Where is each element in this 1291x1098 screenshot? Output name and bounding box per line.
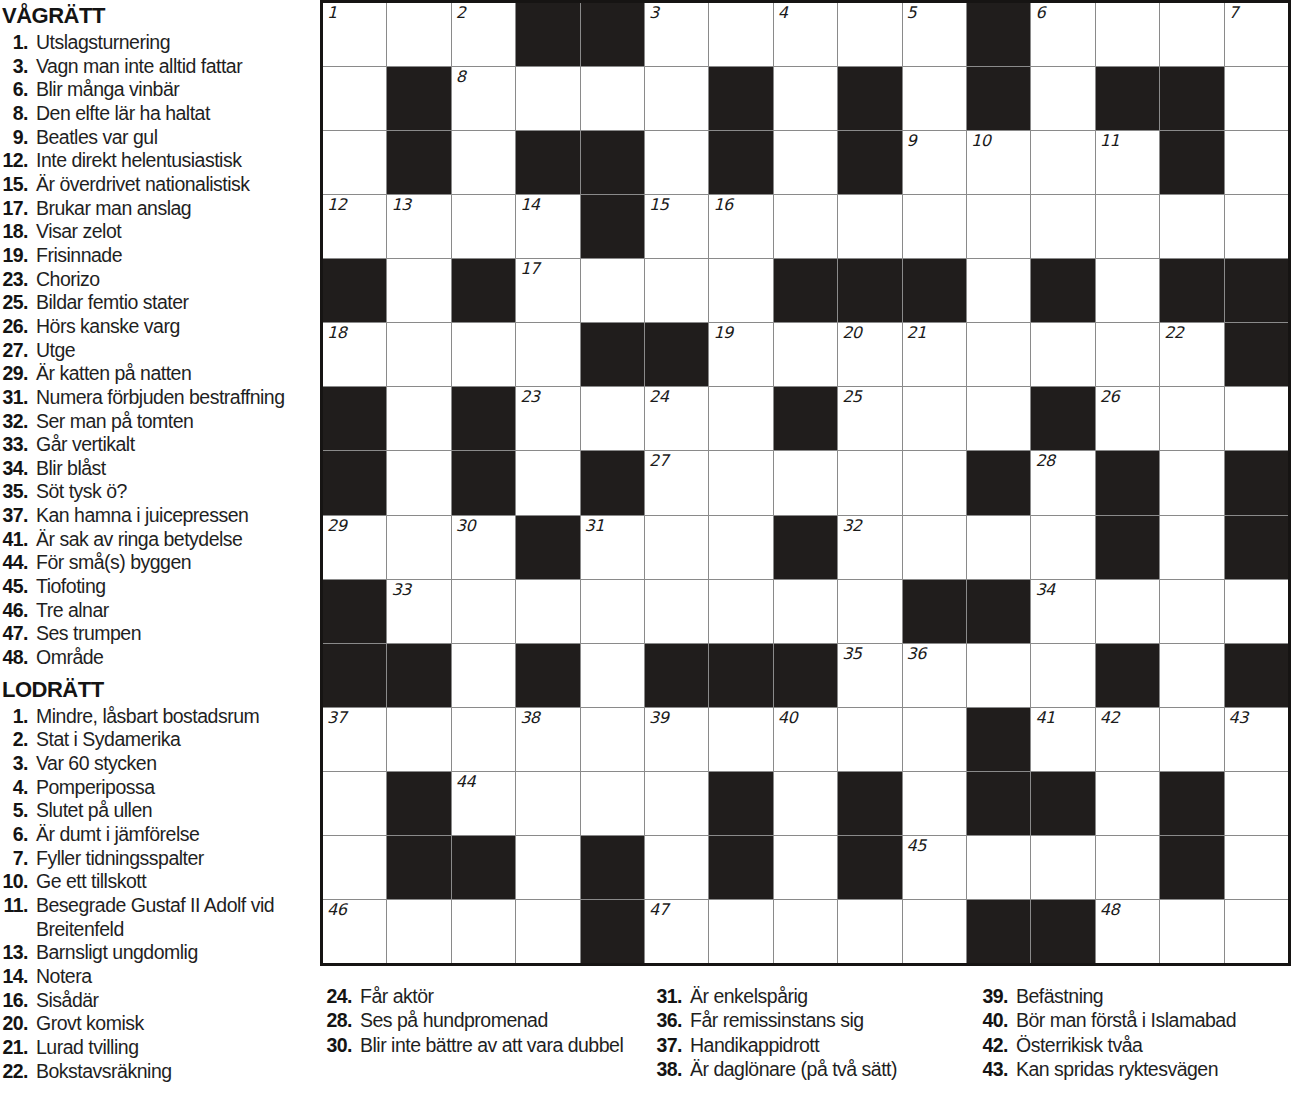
- cell-r12-c6[interactable]: 39: [645, 708, 708, 771]
- clue-number: 14.: [2, 965, 28, 989]
- cell-r2-c14-black: [1160, 67, 1223, 130]
- cell-number-20: 20: [842, 324, 861, 342]
- cell-r9-c1[interactable]: 29: [323, 516, 386, 579]
- cell-r9-c5[interactable]: 31: [581, 516, 644, 579]
- cell-r7-c11[interactable]: [967, 387, 1030, 450]
- cell-r15-c12-black: [1031, 900, 1094, 963]
- cell-r9-c12[interactable]: [1031, 516, 1094, 579]
- cell-r11-c10[interactable]: 36: [903, 644, 966, 707]
- clue-number: 16.: [2, 989, 28, 1013]
- clue-number: 24.: [326, 984, 352, 1008]
- cell-r8-c7[interactable]: [709, 451, 772, 514]
- cell-r14-c13[interactable]: [1096, 836, 1159, 899]
- cell-r9-c11[interactable]: [967, 516, 1030, 579]
- cell-r4-c5-black: [581, 195, 644, 258]
- clue-text: Grovt komisk: [36, 1012, 144, 1036]
- cell-r10-c3[interactable]: [452, 580, 515, 643]
- cell-r4-c15[interactable]: [1225, 195, 1288, 258]
- clue-across-9: 9.Beatles var gul: [2, 126, 319, 150]
- clue-across-26: 26.Hörs kanske varg: [2, 315, 319, 339]
- cell-number-38: 38: [520, 709, 539, 727]
- cell-r5-c6[interactable]: [645, 259, 708, 322]
- cell-r8-c6[interactable]: 27: [645, 451, 708, 514]
- cell-r3-c12[interactable]: [1031, 131, 1094, 194]
- cell-r7-c3-black: [452, 387, 515, 450]
- cell-r14-c6[interactable]: [645, 836, 708, 899]
- clue-text: Får remissinstans sig: [690, 1008, 864, 1032]
- cell-r10-c13[interactable]: [1096, 580, 1159, 643]
- cell-r8-c1-black: [323, 451, 386, 514]
- cell-r1-c12[interactable]: 6: [1031, 3, 1094, 66]
- clue-down-6: 6.Är dumt i jämförelse: [2, 823, 319, 847]
- cell-r9-c3[interactable]: 30: [452, 516, 515, 579]
- cell-r5-c11[interactable]: [967, 259, 1030, 322]
- clue-number: 18.: [2, 220, 28, 244]
- cell-r2-c5[interactable]: [581, 67, 644, 130]
- clue-down-24: 24.Får aktör: [326, 984, 651, 1008]
- clue-number: 45.: [2, 575, 28, 599]
- clue-text: Visar zelot: [36, 220, 121, 244]
- cell-r13-c4[interactable]: [516, 772, 579, 835]
- clue-text: Är sak av ringa betydelse: [36, 528, 242, 552]
- cell-number-30: 30: [456, 517, 475, 535]
- cell-number-16: 16: [713, 196, 732, 214]
- clue-number: 12.: [2, 149, 28, 173]
- cell-r10-c9[interactable]: [838, 580, 901, 643]
- cell-r2-c4[interactable]: [516, 67, 579, 130]
- clue-number: 22.: [2, 1060, 28, 1084]
- cell-r11-c12[interactable]: [1031, 644, 1094, 707]
- cell-r2-c15[interactable]: [1225, 67, 1288, 130]
- cell-r2-c12[interactable]: [1031, 67, 1094, 130]
- cell-r11-c13-black: [1096, 644, 1159, 707]
- clue-across-41: 41.Är sak av ringa betydelse: [2, 528, 319, 552]
- cell-r15-c15[interactable]: [1225, 900, 1288, 963]
- cell-r15-c10[interactable]: [903, 900, 966, 963]
- cell-r7-c6[interactable]: 24: [645, 387, 708, 450]
- cell-r4-c7[interactable]: 16: [709, 195, 772, 258]
- cell-r9-c4-black: [516, 516, 579, 579]
- cell-r11-c11[interactable]: [967, 644, 1030, 707]
- clue-number: 41.: [2, 528, 28, 552]
- cell-r11-c4-black: [516, 644, 579, 707]
- cell-r7-c9[interactable]: 25: [838, 387, 901, 450]
- cell-r7-c14[interactable]: [1160, 387, 1223, 450]
- cell-r10-c11-black: [967, 580, 1030, 643]
- clue-down-13: 13.Barnsligt ungdomlig: [2, 941, 319, 965]
- cell-r12-c10[interactable]: [903, 708, 966, 771]
- cell-r14-c10[interactable]: 45: [903, 836, 966, 899]
- clue-number: 3.: [2, 55, 28, 79]
- cell-r5-c14-black: [1160, 259, 1223, 322]
- clues-panel-left: VÅGRÄTT 1.Utslagsturnering3.Vagn man int…: [2, 3, 319, 1083]
- clue-down-2: 2.Stat i Sydamerika: [2, 728, 319, 752]
- cell-r12-c2[interactable]: [387, 708, 450, 771]
- cell-r12-c8[interactable]: 40: [774, 708, 837, 771]
- cell-r3-c8[interactable]: [774, 131, 837, 194]
- clue-across-12: 12.Inte direkt helentusiastisk: [2, 149, 319, 173]
- clue-number: 44.: [2, 551, 28, 575]
- cell-r3-c9-black: [838, 131, 901, 194]
- cell-number-29: 29: [327, 517, 346, 535]
- cell-r2-c1[interactable]: [323, 67, 386, 130]
- clue-across-37: 37.Kan hamna i juicepressen: [2, 504, 319, 528]
- cell-r14-c2-black: [387, 836, 450, 899]
- cell-r2-c11-black: [967, 67, 1030, 130]
- clue-number: 31.: [2, 386, 28, 410]
- clue-text: Utge: [36, 339, 75, 363]
- clue-number: 1.: [2, 31, 28, 55]
- cell-r9-c6[interactable]: [645, 516, 708, 579]
- clue-number: 21.: [2, 1036, 28, 1060]
- clue-text: Mindre, låsbart bostadsrum: [36, 705, 259, 729]
- cell-r8-c4[interactable]: [516, 451, 579, 514]
- cell-r6-c10[interactable]: 21: [903, 323, 966, 386]
- clue-text: Tre alnar: [36, 599, 109, 623]
- cell-r6-c7[interactable]: 19: [709, 323, 772, 386]
- cell-r1-c6[interactable]: 3: [645, 3, 708, 66]
- cell-r7-c2[interactable]: [387, 387, 450, 450]
- cell-r12-c3[interactable]: [452, 708, 515, 771]
- clue-number: 6.: [2, 823, 28, 847]
- cell-r1-c14[interactable]: [1160, 3, 1223, 66]
- cell-r15-c11-black: [967, 900, 1030, 963]
- cell-r8-c10[interactable]: [903, 451, 966, 514]
- cell-r13-c1[interactable]: [323, 772, 386, 835]
- cell-r5-c4[interactable]: 17: [516, 259, 579, 322]
- cell-r14-c11[interactable]: [967, 836, 1030, 899]
- clue-text: Numera förbjuden bestraffning: [36, 386, 285, 410]
- cell-r4-c13[interactable]: [1096, 195, 1159, 258]
- cell-r14-c8[interactable]: [774, 836, 837, 899]
- cell-r3-c13[interactable]: 11: [1096, 131, 1159, 194]
- cell-r2-c10[interactable]: [903, 67, 966, 130]
- cell-r5-c7[interactable]: [709, 259, 772, 322]
- cell-r5-c5[interactable]: [581, 259, 644, 322]
- clue-text: Tiofoting: [36, 575, 106, 599]
- cell-r5-c13[interactable]: [1096, 259, 1159, 322]
- cell-r4-c3[interactable]: [452, 195, 515, 258]
- cell-r8-c9[interactable]: [838, 451, 901, 514]
- clue-text: Slutet på ullen: [36, 799, 152, 823]
- cell-r10-c7[interactable]: [709, 580, 772, 643]
- cell-r12-c11-black: [967, 708, 1030, 771]
- cell-r6-c1[interactable]: 18: [323, 323, 386, 386]
- cell-r5-c15-black: [1225, 259, 1288, 322]
- cell-r15-c8[interactable]: [774, 900, 837, 963]
- clue-down-43: 43.Kan spridas ryktesvägen: [982, 1057, 1291, 1081]
- cell-r6-c11[interactable]: [967, 323, 1030, 386]
- cell-number-41: 41: [1035, 709, 1054, 727]
- cell-r9-c8-black: [774, 516, 837, 579]
- cell-r8-c14[interactable]: [1160, 451, 1223, 514]
- cell-r15-c9[interactable]: [838, 900, 901, 963]
- clue-down-22: 22.Bokstavsräkning: [2, 1060, 319, 1084]
- cell-r10-c5[interactable]: [581, 580, 644, 643]
- cell-r6-c6-black: [645, 323, 708, 386]
- cell-r11-c8-black: [774, 644, 837, 707]
- cell-r1-c3[interactable]: 2: [452, 3, 515, 66]
- cell-r11-c3[interactable]: [452, 644, 515, 707]
- cell-number-17: 17: [520, 260, 539, 278]
- cell-r2-c3[interactable]: 8: [452, 67, 515, 130]
- cell-r6-c13[interactable]: [1096, 323, 1159, 386]
- clue-across-15: 15.Är överdrivet nationalistisk: [2, 173, 319, 197]
- clue-across-32: 32.Ser man på tomten: [2, 410, 319, 434]
- cell-r2-c6[interactable]: [645, 67, 708, 130]
- clue-number: 39.: [982, 984, 1008, 1008]
- cell-r1-c1[interactable]: 1: [323, 3, 386, 66]
- cell-r15-c2[interactable]: [387, 900, 450, 963]
- cell-r10-c12[interactable]: 34: [1031, 580, 1094, 643]
- clue-text: Befästning: [1016, 984, 1103, 1008]
- cell-number-37: 37: [327, 709, 346, 727]
- cell-number-22: 22: [1164, 324, 1183, 342]
- clue-across-33: 33.Går vertikalt: [2, 433, 319, 457]
- clue-number: 31.: [656, 984, 682, 1008]
- clue-number: 37.: [2, 504, 28, 528]
- clue-number: 9.: [2, 126, 28, 150]
- crossword-page: VÅGRÄTT 1.Utslagsturnering3.Vagn man int…: [0, 0, 1291, 1098]
- cell-number-48: 48: [1100, 901, 1119, 919]
- clue-text: Blir många vinbär: [36, 78, 179, 102]
- cell-r4-c6[interactable]: 15: [645, 195, 708, 258]
- cell-r13-c3[interactable]: 44: [452, 772, 515, 835]
- clue-number: 25.: [2, 291, 28, 315]
- cell-r15-c7[interactable]: [709, 900, 772, 963]
- cell-r5-c2[interactable]: [387, 259, 450, 322]
- clue-text: Bör man förstå i Islamabad: [1016, 1008, 1236, 1032]
- cell-r13-c14-black: [1160, 772, 1223, 835]
- clue-text: För små(s) byggen: [36, 551, 191, 575]
- cell-number-18: 18: [327, 324, 346, 342]
- cell-r14-c14-black: [1160, 836, 1223, 899]
- cell-r13-c12-black: [1031, 772, 1094, 835]
- clue-text: Ge ett tillskott: [36, 870, 146, 894]
- cell-r4-c2[interactable]: 13: [387, 195, 450, 258]
- clue-text: Stat i Sydamerika: [36, 728, 180, 752]
- cell-number-46: 46: [327, 901, 346, 919]
- clue-down-16: 16.Sisådär: [2, 989, 319, 1013]
- cell-r9-c7[interactable]: [709, 516, 772, 579]
- cell-r12-c1[interactable]: 37: [323, 708, 386, 771]
- cell-number-2: 2: [456, 4, 466, 22]
- clue-text: Är överdrivet nationalistisk: [36, 173, 250, 197]
- cell-r8-c3-black: [452, 451, 515, 514]
- cell-number-47: 47: [649, 901, 668, 919]
- clue-number: 35.: [2, 480, 28, 504]
- cell-r7-c15[interactable]: [1225, 387, 1288, 450]
- cell-r14-c4[interactable]: [516, 836, 579, 899]
- cell-r6-c9[interactable]: 20: [838, 323, 901, 386]
- cell-r3-c6[interactable]: [645, 131, 708, 194]
- cell-r1-c15[interactable]: 7: [1225, 3, 1288, 66]
- cell-r14-c1[interactable]: [323, 836, 386, 899]
- cell-r11-c2-black: [387, 644, 450, 707]
- clue-across-6: 6.Blir många vinbär: [2, 78, 319, 102]
- cell-r4-c9[interactable]: [838, 195, 901, 258]
- cell-r1-c10[interactable]: 5: [903, 3, 966, 66]
- cell-r4-c14[interactable]: [1160, 195, 1223, 258]
- cell-r12-c7[interactable]: [709, 708, 772, 771]
- cell-r10-c8[interactable]: [774, 580, 837, 643]
- clue-text: Notera: [36, 965, 92, 989]
- cell-r10-c6[interactable]: [645, 580, 708, 643]
- cell-r15-c5-black: [581, 900, 644, 963]
- clue-text: Den elfte lär ha haltat: [36, 102, 210, 126]
- cell-r8-c2[interactable]: [387, 451, 450, 514]
- cell-r6-c12[interactable]: [1031, 323, 1094, 386]
- cell-r3-c10[interactable]: 9: [903, 131, 966, 194]
- cell-r1-c7[interactable]: [709, 3, 772, 66]
- cell-r15-c14[interactable]: [1160, 900, 1223, 963]
- cell-r10-c15[interactable]: [1225, 580, 1288, 643]
- cell-r10-c14[interactable]: [1160, 580, 1223, 643]
- cell-r15-c3[interactable]: [452, 900, 515, 963]
- cell-r12-c9[interactable]: [838, 708, 901, 771]
- clue-text: Blir inte bättre av att vara dubbel: [360, 1033, 623, 1057]
- clue-text: Pomperipossa: [36, 776, 155, 800]
- cell-r4-c8[interactable]: [774, 195, 837, 258]
- cell-r7-c10[interactable]: [903, 387, 966, 450]
- clue-text: Österrikisk tvåa: [1016, 1033, 1142, 1057]
- cell-r4-c10[interactable]: [903, 195, 966, 258]
- cell-r12-c5[interactable]: [581, 708, 644, 771]
- cell-r13-c5[interactable]: [581, 772, 644, 835]
- crossword-grid: © Bulls 12345678910111213141516171819202…: [320, 0, 1291, 966]
- cell-r10-c4[interactable]: [516, 580, 579, 643]
- cell-r8-c8[interactable]: [774, 451, 837, 514]
- clue-across-47: 47.Ses trumpen: [2, 622, 319, 646]
- cell-r11-c5[interactable]: [581, 644, 644, 707]
- clue-text: Ses på hundpromenad: [360, 1008, 548, 1032]
- clue-text: Utslagsturnering: [36, 31, 170, 55]
- clues-panel-bottom-1: 24.Får aktör28.Ses på hundpromenad30.Bli…: [326, 984, 651, 1057]
- cell-r1-c9[interactable]: [838, 3, 901, 66]
- clue-down-20: 20.Grovt komisk: [2, 1012, 319, 1036]
- cell-r12-c12[interactable]: 41: [1031, 708, 1094, 771]
- cell-r14-c7-black: [709, 836, 772, 899]
- down-clue-list: 1.Mindre, låsbart bostadsrum2.Stat i Syd…: [2, 705, 319, 1084]
- cell-r6-c3[interactable]: [452, 323, 515, 386]
- cell-r5-c8-black: [774, 259, 837, 322]
- clue-number: 7.: [2, 847, 28, 871]
- clue-text: Chorizo: [36, 268, 100, 292]
- cell-number-1: 1: [327, 4, 337, 22]
- cell-r4-c11[interactable]: [967, 195, 1030, 258]
- cell-number-3: 3: [649, 4, 659, 22]
- cell-r10-c2[interactable]: 33: [387, 580, 450, 643]
- cell-r12-c13[interactable]: 42: [1096, 708, 1159, 771]
- cell-r14-c15[interactable]: [1225, 836, 1288, 899]
- clue-text: Kan hamna i juicepressen: [36, 504, 248, 528]
- cell-r9-c2[interactable]: [387, 516, 450, 579]
- clue-number: 46.: [2, 599, 28, 623]
- clue-down-1: 1.Mindre, låsbart bostadsrum: [2, 705, 319, 729]
- cell-r13-c13[interactable]: [1096, 772, 1159, 835]
- cell-r3-c3[interactable]: [452, 131, 515, 194]
- cell-number-9: 9: [907, 132, 917, 150]
- cell-r13-c8[interactable]: [774, 772, 837, 835]
- cell-r9-c14[interactable]: [1160, 516, 1223, 579]
- clue-across-1: 1.Utslagsturnering: [2, 31, 319, 55]
- cell-r7-c7[interactable]: [709, 387, 772, 450]
- cell-r12-c15[interactable]: 43: [1225, 708, 1288, 771]
- cell-r9-c9[interactable]: 32: [838, 516, 901, 579]
- cell-r1-c2[interactable]: [387, 3, 450, 66]
- cell-r13-c15[interactable]: [1225, 772, 1288, 835]
- cell-r2-c8[interactable]: [774, 67, 837, 130]
- cell-number-27: 27: [649, 452, 668, 470]
- cell-r4-c1[interactable]: 12: [323, 195, 386, 258]
- cell-r9-c13-black: [1096, 516, 1159, 579]
- cell-r11-c9[interactable]: 35: [838, 644, 901, 707]
- clue-text: Besegrade Gustaf II Adolf vid Breitenfel…: [36, 894, 319, 941]
- clue-down-14: 14.Notera: [2, 965, 319, 989]
- cell-r1-c13[interactable]: [1096, 3, 1159, 66]
- clue-text: Kan spridas ryktesvägen: [1016, 1057, 1218, 1081]
- cell-r14-c12[interactable]: [1031, 836, 1094, 899]
- clue-across-34: 34.Blir blåst: [2, 457, 319, 481]
- cell-r3-c11[interactable]: 10: [967, 131, 1030, 194]
- clue-text: Bokstavsräkning: [36, 1060, 172, 1084]
- clue-number: 34.: [2, 457, 28, 481]
- cell-r15-c6[interactable]: 47: [645, 900, 708, 963]
- clue-across-17: 17.Brukar man anslag: [2, 197, 319, 221]
- cell-r11-c14[interactable]: [1160, 644, 1223, 707]
- cell-r5-c3-black: [452, 259, 515, 322]
- cell-r7-c5[interactable]: [581, 387, 644, 450]
- cell-r15-c13[interactable]: 48: [1096, 900, 1159, 963]
- cell-r12-c14[interactable]: [1160, 708, 1223, 771]
- clue-text: Hörs kanske varg: [36, 315, 180, 339]
- cell-r7-c13[interactable]: 26: [1096, 387, 1159, 450]
- clue-number: 38.: [656, 1057, 682, 1081]
- cell-r5-c12-black: [1031, 259, 1094, 322]
- cell-r12-c4[interactable]: 38: [516, 708, 579, 771]
- cell-r5-c1-black: [323, 259, 386, 322]
- cell-r3-c15[interactable]: [1225, 131, 1288, 194]
- cell-number-6: 6: [1035, 4, 1045, 22]
- cell-r7-c4[interactable]: 23: [516, 387, 579, 450]
- clue-number: 42.: [982, 1033, 1008, 1057]
- cell-r15-c4[interactable]: [516, 900, 579, 963]
- cell-number-12: 12: [327, 196, 346, 214]
- cell-r6-c4[interactable]: [516, 323, 579, 386]
- cell-r3-c1[interactable]: [323, 131, 386, 194]
- clue-text: Går vertikalt: [36, 433, 135, 457]
- clue-number: 17.: [2, 197, 28, 221]
- cell-r13-c10[interactable]: [903, 772, 966, 835]
- cell-r8-c12[interactable]: 28: [1031, 451, 1094, 514]
- cell-r8-c15-black: [1225, 451, 1288, 514]
- cell-r9-c15-black: [1225, 516, 1288, 579]
- cell-r4-c12[interactable]: [1031, 195, 1094, 258]
- cell-r6-c14[interactable]: 22: [1160, 323, 1223, 386]
- cell-number-36: 36: [907, 645, 926, 663]
- across-clue-list: 1.Utslagsturnering3.Vagn man inte alltid…: [2, 31, 319, 670]
- cell-r7-c1-black: [323, 387, 386, 450]
- cell-r1-c8[interactable]: 4: [774, 3, 837, 66]
- cell-r6-c8[interactable]: [774, 323, 837, 386]
- cell-r13-c6[interactable]: [645, 772, 708, 835]
- cell-r9-c10[interactable]: [903, 516, 966, 579]
- clue-text: Ses trumpen: [36, 622, 141, 646]
- cell-r15-c1[interactable]: 46: [323, 900, 386, 963]
- cell-r6-c2[interactable]: [387, 323, 450, 386]
- clue-down-10: 10.Ge ett tillskott: [2, 870, 319, 894]
- cell-r4-c4[interactable]: 14: [516, 195, 579, 258]
